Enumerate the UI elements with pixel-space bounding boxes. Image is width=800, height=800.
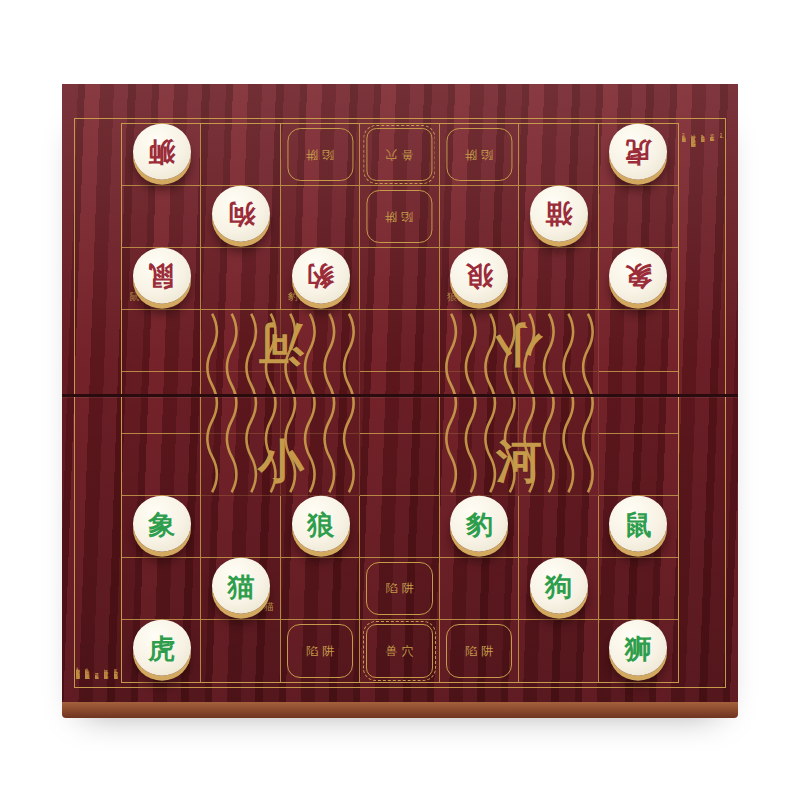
- piece-animal-glyph: 象: [625, 262, 652, 289]
- cell-r6c7[interactable]: [599, 434, 678, 496]
- piece-green-leopard[interactable]: 豹: [450, 496, 508, 552]
- trap-marking: 陷阱: [366, 190, 432, 243]
- piece-red-lion[interactable]: 狮: [133, 124, 191, 180]
- piece-animal-glyph: 鼠: [625, 510, 652, 537]
- piece-green-dog[interactable]: 狗: [530, 558, 588, 614]
- piece-animal-glyph: 狼: [307, 510, 334, 537]
- cell-r5c6[interactable]: [519, 372, 598, 434]
- rules-column: 鼠可入河象不能吃鼠而鼠能吃象: [95, 665, 99, 679]
- piece-red-cat[interactable]: 猫: [530, 186, 588, 242]
- cell-r4c4[interactable]: [360, 310, 439, 372]
- river-character-lower-left: 小: [258, 431, 304, 493]
- piece-animal-glyph: 虎: [148, 634, 175, 661]
- cell-r2c1[interactable]: [122, 186, 201, 248]
- trap-marking: 陷阱: [366, 562, 432, 615]
- piece-animal-glyph: 豹: [307, 262, 334, 289]
- piece-red-rat[interactable]: 鼠: [133, 248, 191, 304]
- piece-animal-glyph: 鼠: [148, 262, 175, 289]
- piece-animal-glyph: 狮: [148, 138, 175, 165]
- cell-r5c4[interactable]: [360, 372, 439, 434]
- cell-r7c2[interactable]: [201, 496, 280, 558]
- cell-r6c1[interactable]: [122, 434, 201, 496]
- piece-green-tiger[interactable]: 虎: [133, 620, 191, 676]
- cell-r4c7[interactable]: [599, 310, 678, 372]
- piece-animal-glyph: 象: [148, 510, 175, 537]
- piece-green-rat[interactable]: 鼠: [609, 496, 667, 552]
- piece-red-dog[interactable]: 狗: [212, 186, 270, 242]
- cell-r9c6[interactable]: [519, 620, 598, 682]
- piece-red-wolf[interactable]: 狼: [450, 248, 508, 304]
- cell-r5c3[interactable]: [281, 372, 360, 434]
- rules-column: 兽类大小次序象狮虎豹狼狗猫鼠大可吃小: [85, 661, 89, 679]
- cell-r5c5[interactable]: [440, 372, 519, 434]
- rules-column: 斗兽棋两人对局各有八兽象狮虎豹狼狗猫鼠: [76, 660, 80, 679]
- cell-r2c7[interactable]: [599, 186, 678, 248]
- piece-red-elephant[interactable]: 象: [609, 248, 667, 304]
- piece-animal-glyph: 狗: [545, 572, 572, 599]
- trap-marking: 陷阱: [446, 128, 512, 181]
- rules-column: 对方的兽无论大小如在陷阱旁边都可把它吃去: [691, 127, 695, 147]
- cell-r8c3[interactable]: [281, 558, 360, 620]
- fold-line: [62, 394, 738, 397]
- piece-green-wolf[interactable]: 狼: [292, 496, 350, 552]
- cell-r7c4[interactable]: [360, 496, 439, 558]
- cell-r9c3[interactable]: 陷阱: [281, 620, 360, 682]
- cell-r9c5[interactable]: 陷阱: [440, 620, 519, 682]
- board-frame: 斗兽棋两人对局各有八兽象狮虎豹狼狗猫鼠兽类大小次序象狮虎豹狼狗猫鼠大可吃小鼠可入…: [74, 118, 726, 688]
- cell-r2c4[interactable]: 陷阱: [360, 186, 439, 248]
- cell-r4c1[interactable]: [122, 310, 201, 372]
- cell-r2c5[interactable]: [440, 186, 519, 248]
- trap-marking: 陷阱: [287, 624, 353, 678]
- cell-r3c6[interactable]: [519, 248, 598, 310]
- grid-cells: 陷阱兽穴陷阱陷阱陷阱陷阱兽穴陷阱: [122, 124, 678, 682]
- cell-r5c7[interactable]: [599, 372, 678, 434]
- cell-r1c6[interactable]: [519, 124, 598, 186]
- den-marking: 兽穴: [366, 128, 432, 181]
- cell-r7c6[interactable]: [519, 496, 598, 558]
- river-character-upper-left: 河: [258, 313, 304, 375]
- rules-text-right: 凡兽类走入对方陷阱即失去战斗力对方的兽无论大小如在陷阱旁边都可把它吃去自己的兽在…: [681, 119, 725, 687]
- piece-red-tiger[interactable]: 虎: [609, 124, 667, 180]
- rules-column: 凡先走入对方兽穴者为胜: [720, 127, 724, 138]
- cell-r3c2[interactable]: [201, 248, 280, 310]
- cell-r5c1[interactable]: [122, 372, 201, 434]
- trap-label: 陷阱: [302, 643, 338, 660]
- cell-r1c3[interactable]: 陷阱: [281, 124, 360, 186]
- rules-column: 每方轮流走动每次走一格前后左右均可: [114, 662, 118, 679]
- cell-r8c5[interactable]: [440, 558, 519, 620]
- cell-r2c3[interactable]: [281, 186, 360, 248]
- trap-label: 陷阱: [461, 643, 497, 660]
- cell-r3c4[interactable]: [360, 248, 439, 310]
- trap-marking: 陷阱: [287, 128, 353, 181]
- river-character-lower-right: 河: [496, 431, 542, 493]
- piece-animal-glyph: 猫: [228, 572, 255, 599]
- den-marking: 兽穴: [366, 624, 432, 678]
- piece-animal-glyph: 虎: [625, 138, 652, 165]
- piece-green-lion[interactable]: 狮: [609, 620, 667, 676]
- piece-animal-glyph: 狗: [228, 200, 255, 227]
- cell-r8c4[interactable]: 陷阱: [360, 558, 439, 620]
- rules-column: 任何兽类都不能走入自己的兽穴: [710, 127, 714, 141]
- cell-r6c4[interactable]: [360, 434, 439, 496]
- piece-green-elephant[interactable]: 象: [133, 496, 191, 552]
- piece-animal-glyph: 豹: [466, 510, 493, 537]
- square-animal-label: 猫: [264, 600, 274, 614]
- cell-r1c2[interactable]: [201, 124, 280, 186]
- rules-column: 自己的兽在自己的陷阱内不受限制: [701, 127, 705, 142]
- trap-label: 陷阱: [381, 580, 417, 597]
- playing-grid: 陷阱兽穴陷阱陷阱陷阱陷阱兽穴陷阱 河 小 小 河 鼠豹狼猫狮虎狗猫鼠豹狼象象狼豹…: [121, 123, 679, 683]
- rules-text-left: 斗兽棋两人对局各有八兽象狮虎豹狼狗猫鼠兽类大小次序象狮虎豹狼狗猫鼠大可吃小鼠可入…: [75, 119, 119, 687]
- jungle-board: 斗兽棋两人对局各有八兽象狮虎豹狼狗猫鼠兽类大小次序象狮虎豹狼狗猫鼠大可吃小鼠可入…: [62, 84, 738, 702]
- trap-label: 陷阱: [382, 208, 418, 225]
- piece-animal-glyph: 狼: [466, 262, 493, 289]
- piece-animal-glyph: 猫: [545, 200, 572, 227]
- cell-r5c2[interactable]: [201, 372, 280, 434]
- trap-label: 陷阱: [461, 146, 497, 163]
- cell-r9c4[interactable]: 兽穴: [360, 620, 439, 682]
- rules-column: 凡兽类走入对方陷阱即失去战斗力: [682, 127, 686, 142]
- trap-label: 陷阱: [302, 146, 338, 163]
- den-label: 兽穴: [381, 643, 417, 660]
- rules-column: 狮虎可以跳过河去鼠在河中时不能跳: [104, 663, 108, 679]
- den-label: 兽穴: [382, 146, 418, 163]
- cell-r1c4[interactable]: 兽穴: [360, 124, 439, 186]
- river-character-upper-right: 小: [496, 313, 542, 375]
- piece-red-leopard[interactable]: 豹: [292, 248, 350, 304]
- cell-r8c1[interactable]: [122, 558, 201, 620]
- trap-marking: 陷阱: [446, 624, 512, 678]
- piece-animal-glyph: 狮: [625, 634, 652, 661]
- piece-green-cat[interactable]: 猫: [212, 558, 270, 614]
- cell-r9c2[interactable]: [201, 620, 280, 682]
- cell-r8c7[interactable]: [599, 558, 678, 620]
- cell-r1c5[interactable]: 陷阱: [440, 124, 519, 186]
